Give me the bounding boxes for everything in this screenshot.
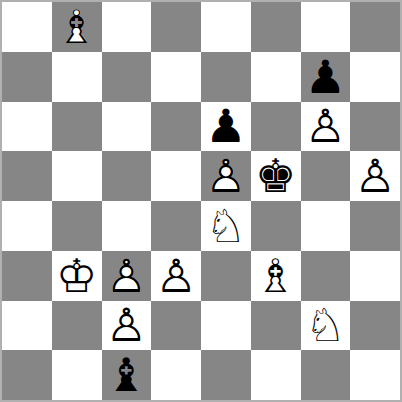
square-h6[interactable] xyxy=(350,102,400,152)
square-a8[interactable] xyxy=(2,2,52,52)
white-pawn-icon: ♟♙ xyxy=(301,102,351,152)
white-bishop-icon: ♝♗ xyxy=(52,2,102,52)
square-d6[interactable] xyxy=(151,102,201,152)
black-pawn-icon: ♟ xyxy=(301,52,351,102)
white-king-icon: ♚♔ xyxy=(52,251,102,301)
square-e8[interactable] xyxy=(201,2,251,52)
black-bishop-icon: ♝ xyxy=(102,350,152,400)
white-pawn-icon: ♟♙ xyxy=(102,251,152,301)
chess-board: ♝♗♟♟♟♙♟♙♚♟♙♞♘♚♔♟♙♟♙♝♗♟♙♞♘♝ xyxy=(0,0,402,402)
square-h2[interactable] xyxy=(350,301,400,351)
white-knight-icon: ♞♘ xyxy=(301,301,351,351)
square-b3[interactable]: ♚♔ xyxy=(52,251,102,301)
square-a1[interactable] xyxy=(2,350,52,400)
square-f1[interactable] xyxy=(251,350,301,400)
square-e7[interactable] xyxy=(201,52,251,102)
white-pawn-icon: ♟♙ xyxy=(102,301,152,351)
square-h7[interactable] xyxy=(350,52,400,102)
square-c6[interactable] xyxy=(102,102,152,152)
square-b7[interactable] xyxy=(52,52,102,102)
square-c7[interactable] xyxy=(102,52,152,102)
square-g2[interactable]: ♞♘ xyxy=(301,301,351,351)
square-g1[interactable] xyxy=(301,350,351,400)
square-d8[interactable] xyxy=(151,2,201,52)
square-g6[interactable]: ♟♙ xyxy=(301,102,351,152)
square-a5[interactable] xyxy=(2,151,52,201)
square-h5[interactable]: ♟♙ xyxy=(350,151,400,201)
square-h1[interactable] xyxy=(350,350,400,400)
square-d1[interactable] xyxy=(151,350,201,400)
square-g5[interactable] xyxy=(301,151,351,201)
square-d7[interactable] xyxy=(151,52,201,102)
square-g7[interactable]: ♟ xyxy=(301,52,351,102)
black-pawn-icon: ♟ xyxy=(201,102,251,152)
square-f2[interactable] xyxy=(251,301,301,351)
square-c5[interactable] xyxy=(102,151,152,201)
square-b4[interactable] xyxy=(52,201,102,251)
square-e4[interactable]: ♞♘ xyxy=(201,201,251,251)
white-knight-icon: ♞♘ xyxy=(201,201,251,251)
square-a4[interactable] xyxy=(2,201,52,251)
square-a3[interactable] xyxy=(2,251,52,301)
square-g8[interactable] xyxy=(301,2,351,52)
square-c8[interactable] xyxy=(102,2,152,52)
square-b8[interactable]: ♝♗ xyxy=(52,2,102,52)
square-b5[interactable] xyxy=(52,151,102,201)
white-pawn-icon: ♟♙ xyxy=(201,151,251,201)
square-a7[interactable] xyxy=(2,52,52,102)
black-king-icon: ♚ xyxy=(251,151,301,201)
square-d3[interactable]: ♟♙ xyxy=(151,251,201,301)
square-e5[interactable]: ♟♙ xyxy=(201,151,251,201)
square-c4[interactable] xyxy=(102,201,152,251)
square-f8[interactable] xyxy=(251,2,301,52)
square-e1[interactable] xyxy=(201,350,251,400)
square-a2[interactable] xyxy=(2,301,52,351)
square-a6[interactable] xyxy=(2,102,52,152)
square-b6[interactable] xyxy=(52,102,102,152)
square-e2[interactable] xyxy=(201,301,251,351)
square-f3[interactable]: ♝♗ xyxy=(251,251,301,301)
square-c1[interactable]: ♝ xyxy=(102,350,152,400)
square-b2[interactable] xyxy=(52,301,102,351)
square-f5[interactable]: ♚ xyxy=(251,151,301,201)
square-d2[interactable] xyxy=(151,301,201,351)
square-h4[interactable] xyxy=(350,201,400,251)
square-b1[interactable] xyxy=(52,350,102,400)
white-pawn-icon: ♟♙ xyxy=(350,151,400,201)
square-g3[interactable] xyxy=(301,251,351,301)
white-pawn-icon: ♟♙ xyxy=(151,251,201,301)
square-g4[interactable] xyxy=(301,201,351,251)
square-f6[interactable] xyxy=(251,102,301,152)
square-f4[interactable] xyxy=(251,201,301,251)
square-e6[interactable]: ♟ xyxy=(201,102,251,152)
square-f7[interactable] xyxy=(251,52,301,102)
square-c3[interactable]: ♟♙ xyxy=(102,251,152,301)
square-h8[interactable] xyxy=(350,2,400,52)
square-d4[interactable] xyxy=(151,201,201,251)
chess-board-window: ♝♗♟♟♟♙♟♙♚♟♙♞♘♚♔♟♙♟♙♝♗♟♙♞♘♝ xyxy=(0,0,402,402)
square-c2[interactable]: ♟♙ xyxy=(102,301,152,351)
square-e3[interactable] xyxy=(201,251,251,301)
square-d5[interactable] xyxy=(151,151,201,201)
square-h3[interactable] xyxy=(350,251,400,301)
white-bishop-icon: ♝♗ xyxy=(251,251,301,301)
